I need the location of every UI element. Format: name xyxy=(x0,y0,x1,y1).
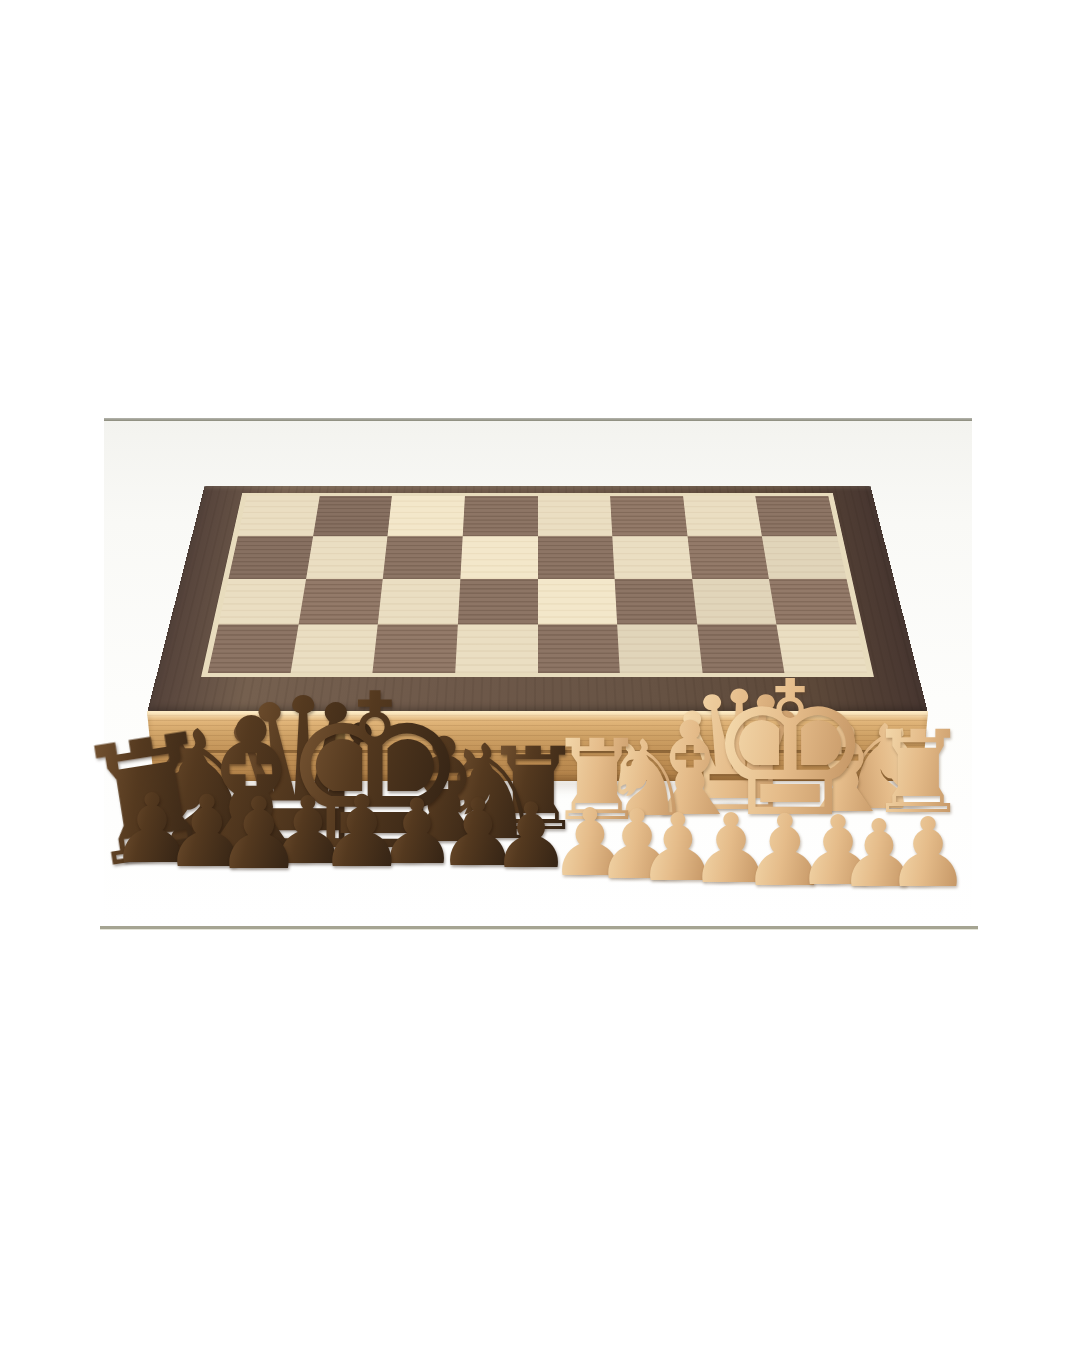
square-r3c5 xyxy=(617,624,702,673)
square-r2c7 xyxy=(769,579,856,624)
square-r1c4 xyxy=(538,536,615,579)
square-r1c5 xyxy=(612,536,692,579)
square-r2c6 xyxy=(692,579,777,624)
square-r2c5 xyxy=(615,579,697,624)
chess-board xyxy=(147,486,928,713)
square-r0c4 xyxy=(538,496,613,536)
square-r0c3 xyxy=(463,496,538,536)
box-face-highlight xyxy=(147,711,928,720)
product-photo: ♜♞♝♛♚♝♞♜♟♟♟♟♟♟♟♟♜♞♝♛♚♝♞♜♟♟♟♟♟♟♟♟ xyxy=(0,0,1080,1350)
square-r3c2 xyxy=(373,624,458,673)
brass-latch-icon xyxy=(325,726,345,766)
square-r1c1 xyxy=(306,536,388,579)
square-r2c1 xyxy=(298,579,383,624)
square-r1c7 xyxy=(762,536,846,579)
square-r0c5 xyxy=(610,496,687,536)
square-r0c0 xyxy=(238,496,320,536)
square-r3c6 xyxy=(697,624,785,673)
square-r2c2 xyxy=(378,579,460,624)
square-r2c4 xyxy=(538,579,618,624)
square-r0c2 xyxy=(388,496,465,536)
square-r0c6 xyxy=(683,496,762,536)
bottom-rule xyxy=(100,926,978,929)
square-r1c0 xyxy=(228,536,312,579)
square-r3c7 xyxy=(777,624,867,673)
square-r3c4 xyxy=(538,624,620,673)
square-r3c1 xyxy=(290,624,378,673)
box-seam xyxy=(155,750,920,753)
walnut-frame xyxy=(147,486,928,713)
square-r0c1 xyxy=(313,496,392,536)
square-r2c3 xyxy=(458,579,538,624)
square-r3c3 xyxy=(455,624,537,673)
square-r1c3 xyxy=(460,536,537,579)
box-front-face xyxy=(147,711,928,781)
square-r2c0 xyxy=(218,579,305,624)
board-squares xyxy=(208,496,867,673)
box-floor-shadow xyxy=(152,779,924,794)
square-r0c7 xyxy=(756,496,838,536)
square-r3c0 xyxy=(208,624,298,673)
square-r1c2 xyxy=(383,536,463,579)
square-r1c6 xyxy=(687,536,769,579)
